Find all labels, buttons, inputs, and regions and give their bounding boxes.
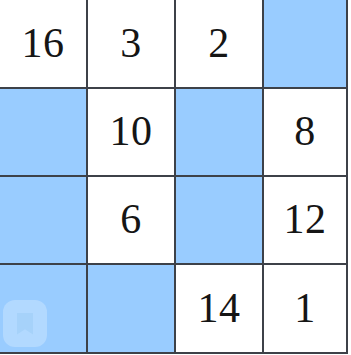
cell-r4c1[interactable] <box>0 265 88 354</box>
cell-r4c4: 1 <box>264 265 348 354</box>
cell-r2c3[interactable] <box>176 89 264 177</box>
cell-r1c2: 3 <box>88 0 176 89</box>
cell-value: 1 <box>294 287 316 329</box>
cell-value: 6 <box>120 198 142 240</box>
cell-value: 8 <box>294 110 316 152</box>
cell-r4c2[interactable] <box>88 265 176 354</box>
cell-r2c2: 10 <box>88 89 176 177</box>
cell-value: 12 <box>284 198 327 240</box>
cell-r3c4: 12 <box>264 177 348 265</box>
cell-r1c1: 16 <box>0 0 88 89</box>
cell-r3c1[interactable] <box>0 177 88 265</box>
cell-r1c3: 2 <box>176 0 264 89</box>
cell-value: 10 <box>110 110 153 152</box>
cell-r3c3[interactable] <box>176 177 264 265</box>
cell-r4c3: 14 <box>176 265 264 354</box>
cell-r1c4[interactable] <box>264 0 348 89</box>
cell-value: 14 <box>198 287 241 329</box>
cell-r2c4: 8 <box>264 89 348 177</box>
cell-value: 2 <box>208 22 230 64</box>
cell-value: 16 <box>22 22 65 64</box>
puzzle-grid: 1632108612141 <box>0 0 348 354</box>
cell-r3c2: 6 <box>88 177 176 265</box>
cell-value: 3 <box>120 22 142 64</box>
cell-r2c1[interactable] <box>0 89 88 177</box>
